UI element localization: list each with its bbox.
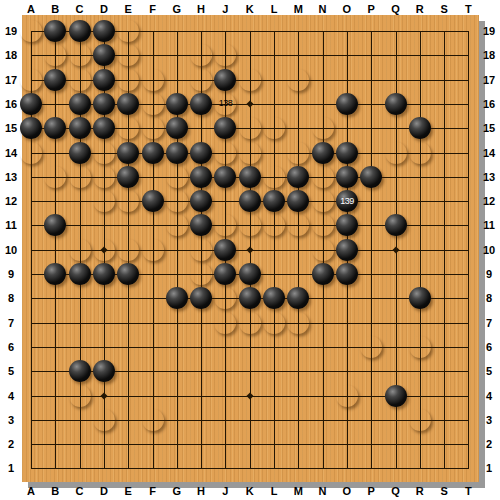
column-label-top-G: G [173,3,182,15]
black-stone-N14 [312,142,334,164]
white-stone-D3 [93,409,115,431]
white-stone-H10 [190,239,212,261]
black-stone-O13 [336,166,358,188]
black-stone-M8 [287,287,309,309]
column-label-bottom-T: T [465,485,472,497]
row-label-right-9: 9 [486,268,492,280]
white-stone-L13 [263,166,285,188]
column-label-top-Q: Q [391,3,400,15]
black-stone-C14 [69,142,91,164]
row-label-left-15: 15 [5,122,17,134]
go-game-viewer: 138139AABBCCDDEEFFGGHHJJKKLLMMNNOOPPQQRR… [0,0,500,500]
grid-vertical-line [298,31,299,469]
black-stone-K9 [239,263,261,285]
white-stone-J11 [214,214,236,236]
column-label-top-D: D [100,3,108,15]
white-stone-H18 [190,44,212,66]
black-stone-M13 [287,166,309,188]
grid-horizontal-line [31,347,469,348]
column-label-top-B: B [51,3,59,15]
black-stone-B19 [44,20,66,42]
white-stone-E12 [117,190,139,212]
white-stone-A14 [20,142,42,164]
black-stone-K13 [239,166,261,188]
column-label-bottom-K: K [246,485,254,497]
black-stone-P13 [360,166,382,188]
black-stone-D19 [93,20,115,42]
row-label-left-16: 16 [5,98,17,110]
white-stone-O4 [336,385,358,407]
white-stone-M11 [287,214,309,236]
white-stone-M14 [287,142,309,164]
white-stone-F15 [142,117,164,139]
row-label-right-4: 4 [486,390,492,402]
column-label-top-F: F [149,3,156,15]
white-stone-L11 [263,214,285,236]
black-stone-L8 [263,287,285,309]
column-label-bottom-H: H [197,485,205,497]
black-stone-O12: 139 [336,190,358,212]
white-stone-D13 [93,166,115,188]
column-label-top-A: A [27,3,35,15]
white-stone-C17 [69,69,91,91]
row-label-left-17: 17 [5,74,17,86]
column-label-top-L: L [271,3,278,15]
black-stone-C15 [69,117,91,139]
white-stone-M7 [287,312,309,334]
black-stone-O14 [336,142,358,164]
column-label-bottom-D: D [100,485,108,497]
white-stone-J7 [214,312,236,334]
white-stone-L15 [263,117,285,139]
row-label-right-19: 19 [483,25,495,37]
black-stone-G15 [166,117,188,139]
black-stone-F12 [142,190,164,212]
black-stone-H13 [190,166,212,188]
white-stone-C10 [69,239,91,261]
white-stone-E19 [117,20,139,42]
black-stone-H8 [190,287,212,309]
white-stone-F16 [142,93,164,115]
black-stone-A15 [20,117,42,139]
black-stone-H14 [190,142,212,164]
black-stone-O11 [336,214,358,236]
black-stone-C5 [69,360,91,382]
grid-vertical-line [444,31,445,469]
column-label-bottom-S: S [440,485,447,497]
row-label-left-2: 2 [8,438,14,450]
row-label-right-1: 1 [486,462,492,474]
column-label-top-N: N [319,3,327,15]
black-stone-E13 [117,166,139,188]
black-stone-O16 [336,93,358,115]
white-stone-L7 [263,312,285,334]
row-label-left-1: 1 [8,462,14,474]
black-stone-C16 [69,93,91,115]
white-stone-K17 [239,69,261,91]
row-label-right-6: 6 [486,341,492,353]
white-stone-C18 [69,44,91,66]
column-label-bottom-P: P [368,485,375,497]
row-label-left-5: 5 [8,365,14,377]
black-stone-H11 [190,214,212,236]
column-label-top-T: T [465,3,472,15]
row-label-right-16: 16 [483,98,495,110]
column-label-bottom-B: B [51,485,59,497]
white-stone-E17 [117,69,139,91]
column-label-top-M: M [294,3,303,15]
row-label-left-7: 7 [8,317,14,329]
black-stone-D17 [93,69,115,91]
grid-vertical-line [274,31,275,469]
move-number-label: 139 [340,197,354,206]
black-stone-B11 [44,214,66,236]
white-stone-E15 [117,117,139,139]
column-label-bottom-C: C [76,485,84,497]
row-label-right-14: 14 [483,147,495,159]
black-stone-O9 [336,263,358,285]
column-label-top-K: K [246,3,254,15]
row-label-right-3: 3 [486,414,492,426]
black-stone-D5 [93,360,115,382]
row-label-left-6: 6 [8,341,14,353]
white-stone-N15 [312,117,334,139]
black-stone-R15 [409,117,431,139]
white-stone-H17 [190,69,212,91]
column-label-bottom-L: L [271,485,278,497]
white-stone-D12 [93,190,115,212]
column-label-top-P: P [368,3,375,15]
black-stone-Q4 [385,385,407,407]
white-stone-P6 [360,336,382,358]
black-stone-Q16 [385,93,407,115]
grid-vertical-line [420,31,421,469]
black-stone-K8 [239,287,261,309]
white-stone-B18 [44,44,66,66]
black-stone-C19 [69,20,91,42]
black-stone-D16 [93,93,115,115]
black-stone-K12 [239,190,261,212]
row-label-left-11: 11 [5,219,17,231]
column-label-bottom-N: N [319,485,327,497]
black-stone-R8 [409,287,431,309]
black-stone-L12 [263,190,285,212]
column-label-bottom-J: J [222,485,228,497]
black-stone-G16 [166,93,188,115]
white-stone-K14 [239,142,261,164]
black-stone-H16 [190,93,212,115]
column-label-top-C: C [76,3,84,15]
white-stone-K7 [239,312,261,334]
row-label-left-4: 4 [8,390,14,402]
column-label-top-O: O [343,3,352,15]
row-label-left-19: 19 [5,25,17,37]
white-stone-F3 [142,409,164,431]
move-number-label: 138 [219,99,233,108]
white-stone-D10 [93,239,115,261]
white-stone-K15 [239,117,261,139]
white-stone-H9 [190,263,212,285]
column-label-bottom-E: E [125,485,132,497]
column-label-bottom-F: F [149,485,156,497]
row-label-right-5: 5 [486,365,492,377]
white-stone-A17 [20,69,42,91]
column-label-bottom-M: M [294,485,303,497]
row-label-right-12: 12 [483,195,495,207]
black-stone-J10 [214,239,236,261]
row-label-left-3: 3 [8,414,14,426]
black-stone-G14 [166,142,188,164]
white-stone-G12 [166,190,188,212]
white-stone-M17 [287,69,309,91]
white-stone-R6 [409,336,431,358]
black-stone-H12 [190,190,212,212]
white-stone-E18 [117,44,139,66]
white-stone-A19 [20,20,42,42]
column-label-top-S: S [440,3,447,15]
black-stone-D15 [93,117,115,139]
black-stone-J9 [214,263,236,285]
column-label-bottom-G: G [173,485,182,497]
column-label-bottom-R: R [416,485,424,497]
row-label-right-13: 13 [483,171,495,183]
row-label-left-10: 10 [5,244,17,256]
column-label-top-H: H [197,3,205,15]
white-stone-G11 [166,214,188,236]
black-stone-D9 [93,263,115,285]
black-stone-E9 [117,263,139,285]
white-stone-C13 [69,166,91,188]
black-stone-E16 [117,93,139,115]
column-label-bottom-Q: Q [391,485,400,497]
white-stone-C4 [69,385,91,407]
grid-vertical-line [371,31,372,469]
black-stone-F14 [142,142,164,164]
column-label-bottom-O: O [343,485,352,497]
row-label-left-18: 18 [5,49,17,61]
row-label-right-10: 10 [483,244,495,256]
white-stone-F10 [142,239,164,261]
row-label-right-17: 17 [483,74,495,86]
column-label-top-J: J [222,3,228,15]
column-label-top-R: R [416,3,424,15]
black-stone-N9 [312,263,334,285]
grid-vertical-line [468,31,469,469]
black-stone-J13 [214,166,236,188]
row-label-right-18: 18 [483,49,495,61]
black-stone-E14 [117,142,139,164]
black-stone-O10 [336,239,358,261]
black-stone-M12 [287,190,309,212]
white-stone-R14 [409,142,431,164]
black-stone-A16 [20,93,42,115]
row-label-left-13: 13 [5,171,17,183]
white-stone-N12 [312,190,334,212]
row-label-right-2: 2 [486,438,492,450]
white-stone-N13 [312,166,334,188]
white-stone-B13 [44,166,66,188]
white-stone-J16: 138 [214,93,236,115]
black-stone-B9 [44,263,66,285]
black-stone-J15 [214,117,236,139]
row-label-right-7: 7 [486,317,492,329]
white-stone-J8 [214,287,236,309]
grid-horizontal-line [31,444,469,445]
white-stone-D14 [93,142,115,164]
black-stone-B17 [44,69,66,91]
black-stone-J17 [214,69,236,91]
white-stone-E10 [117,239,139,261]
row-label-right-15: 15 [483,122,495,134]
column-label-bottom-A: A [27,485,35,497]
column-label-top-E: E [125,3,132,15]
row-label-right-8: 8 [486,292,492,304]
grid-horizontal-line [31,468,469,469]
black-stone-C9 [69,263,91,285]
row-label-left-14: 14 [5,147,17,159]
row-label-left-8: 8 [8,292,14,304]
white-stone-Q14 [385,142,407,164]
row-label-left-12: 12 [5,195,17,207]
row-label-right-11: 11 [483,219,495,231]
black-stone-G8 [166,287,188,309]
white-stone-F17 [142,69,164,91]
black-stone-Q11 [385,214,407,236]
white-stone-J18 [214,44,236,66]
white-stone-G13 [166,166,188,188]
white-stone-J14 [214,142,236,164]
black-stone-B15 [44,117,66,139]
white-stone-R3 [409,409,431,431]
white-stone-K11 [239,214,261,236]
row-label-left-9: 9 [8,268,14,280]
black-stone-D18 [93,44,115,66]
white-stone-N10 [312,239,334,261]
white-stone-N11 [312,214,334,236]
